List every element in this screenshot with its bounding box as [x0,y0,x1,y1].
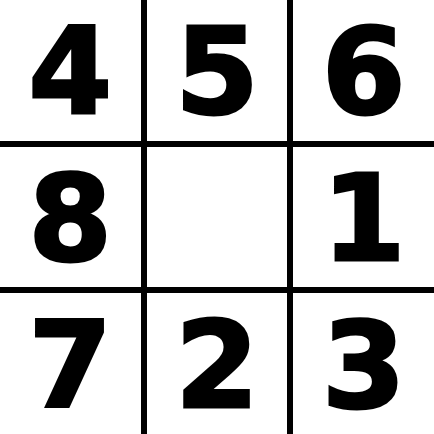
cell-r1c1-empty[interactable] [147,147,288,288]
cell-r1c2[interactable]: 1 [293,147,434,288]
cell-r2c1[interactable]: 2 [147,293,288,434]
cell-r0c2[interactable]: 6 [293,0,434,141]
cell-digit: 1 [322,159,406,279]
cell-r1c0[interactable]: 8 [0,147,141,288]
cell-digit: 5 [175,13,259,133]
cell-r2c2[interactable]: 3 [293,293,434,434]
sudoku-board: 4 5 6 8 1 7 2 3 [0,0,434,434]
cell-digit: 2 [175,306,259,426]
cell-r0c1[interactable]: 5 [147,0,288,141]
cell-digit: 3 [322,306,406,426]
cell-r0c0[interactable]: 4 [0,0,141,141]
cell-digit: 6 [322,13,406,133]
cell-digit: 4 [29,13,113,133]
cell-r2c0[interactable]: 7 [0,293,141,434]
cell-digit: 7 [29,306,113,426]
cell-digit: 8 [29,159,113,279]
